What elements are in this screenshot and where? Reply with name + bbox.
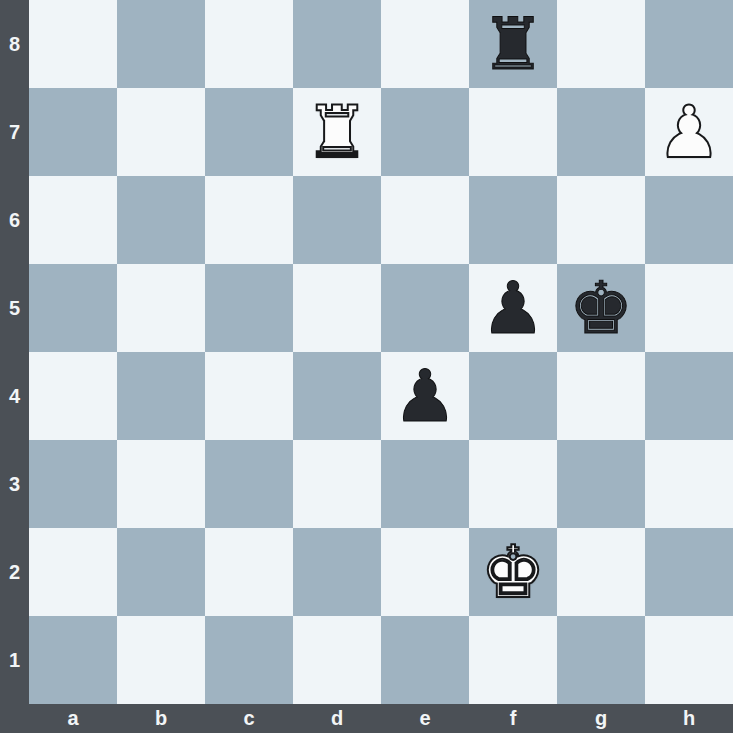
square-a7[interactable] [29,88,117,176]
square-h2[interactable] [645,528,733,616]
square-d5[interactable] [293,264,381,352]
square-g5[interactable]: ♚ [557,264,645,352]
square-f5[interactable]: ♟ [469,264,557,352]
square-e6[interactable] [381,176,469,264]
square-d2[interactable] [293,528,381,616]
square-b7[interactable] [117,88,205,176]
square-f4[interactable] [469,352,557,440]
square-a5[interactable] [29,264,117,352]
square-h4[interactable] [645,352,733,440]
piece-white-king[interactable]: ♚ [481,528,546,616]
square-g4[interactable] [557,352,645,440]
square-g6[interactable] [557,176,645,264]
square-c1[interactable] [205,616,293,704]
square-b4[interactable] [117,352,205,440]
rank-label-4: 4 [0,352,29,440]
square-b5[interactable] [117,264,205,352]
piece-black-pawn[interactable]: ♟ [393,352,458,440]
piece-white-rook[interactable]: ♜ [305,88,370,176]
square-e8[interactable] [381,0,469,88]
square-d6[interactable] [293,176,381,264]
square-h8[interactable] [645,0,733,88]
file-label-b: b [117,704,205,733]
rank-label-3: 3 [0,440,29,528]
square-f1[interactable] [469,616,557,704]
rank-label-6: 6 [0,176,29,264]
square-b3[interactable] [117,440,205,528]
file-label-h: h [645,704,733,733]
square-g1[interactable] [557,616,645,704]
chess-board: 8♜7♜♟65♟♚4♟32♚1abcdefgh [0,0,733,733]
square-d8[interactable] [293,0,381,88]
square-e4[interactable]: ♟ [381,352,469,440]
square-e2[interactable] [381,528,469,616]
square-g7[interactable] [557,88,645,176]
square-h5[interactable] [645,264,733,352]
square-b2[interactable] [117,528,205,616]
square-a2[interactable] [29,528,117,616]
square-e5[interactable] [381,264,469,352]
file-label-g: g [557,704,645,733]
rank-label-8: 8 [0,0,29,88]
square-c7[interactable] [205,88,293,176]
square-g8[interactable] [557,0,645,88]
square-a3[interactable] [29,440,117,528]
square-b8[interactable] [117,0,205,88]
square-f6[interactable] [469,176,557,264]
square-e7[interactable] [381,88,469,176]
square-c3[interactable] [205,440,293,528]
square-g3[interactable] [557,440,645,528]
square-a8[interactable] [29,0,117,88]
square-e3[interactable] [381,440,469,528]
square-b6[interactable] [117,176,205,264]
piece-white-pawn[interactable]: ♟ [657,88,722,176]
square-a1[interactable] [29,616,117,704]
rank-label-7: 7 [0,88,29,176]
square-f2[interactable]: ♚ [469,528,557,616]
square-h1[interactable] [645,616,733,704]
rank-label-5: 5 [0,264,29,352]
file-label-c: c [205,704,293,733]
square-b1[interactable] [117,616,205,704]
piece-black-pawn[interactable]: ♟ [481,264,546,352]
square-c2[interactable] [205,528,293,616]
square-d7[interactable]: ♜ [293,88,381,176]
square-f8[interactable]: ♜ [469,0,557,88]
square-f7[interactable] [469,88,557,176]
file-label-f: f [469,704,557,733]
square-c5[interactable] [205,264,293,352]
rank-label-2: 2 [0,528,29,616]
square-a6[interactable] [29,176,117,264]
square-c6[interactable] [205,176,293,264]
piece-black-king[interactable]: ♚ [569,264,634,352]
square-h7[interactable]: ♟ [645,88,733,176]
file-label-d: d [293,704,381,733]
square-d1[interactable] [293,616,381,704]
file-label-a: a [29,704,117,733]
square-d3[interactable] [293,440,381,528]
square-c8[interactable] [205,0,293,88]
square-f3[interactable] [469,440,557,528]
file-label-e: e [381,704,469,733]
board-corner [0,704,29,733]
piece-black-rook[interactable]: ♜ [481,0,546,88]
rank-label-1: 1 [0,616,29,704]
square-g2[interactable] [557,528,645,616]
square-a4[interactable] [29,352,117,440]
square-d4[interactable] [293,352,381,440]
square-h6[interactable] [645,176,733,264]
square-h3[interactable] [645,440,733,528]
square-c4[interactable] [205,352,293,440]
square-e1[interactable] [381,616,469,704]
